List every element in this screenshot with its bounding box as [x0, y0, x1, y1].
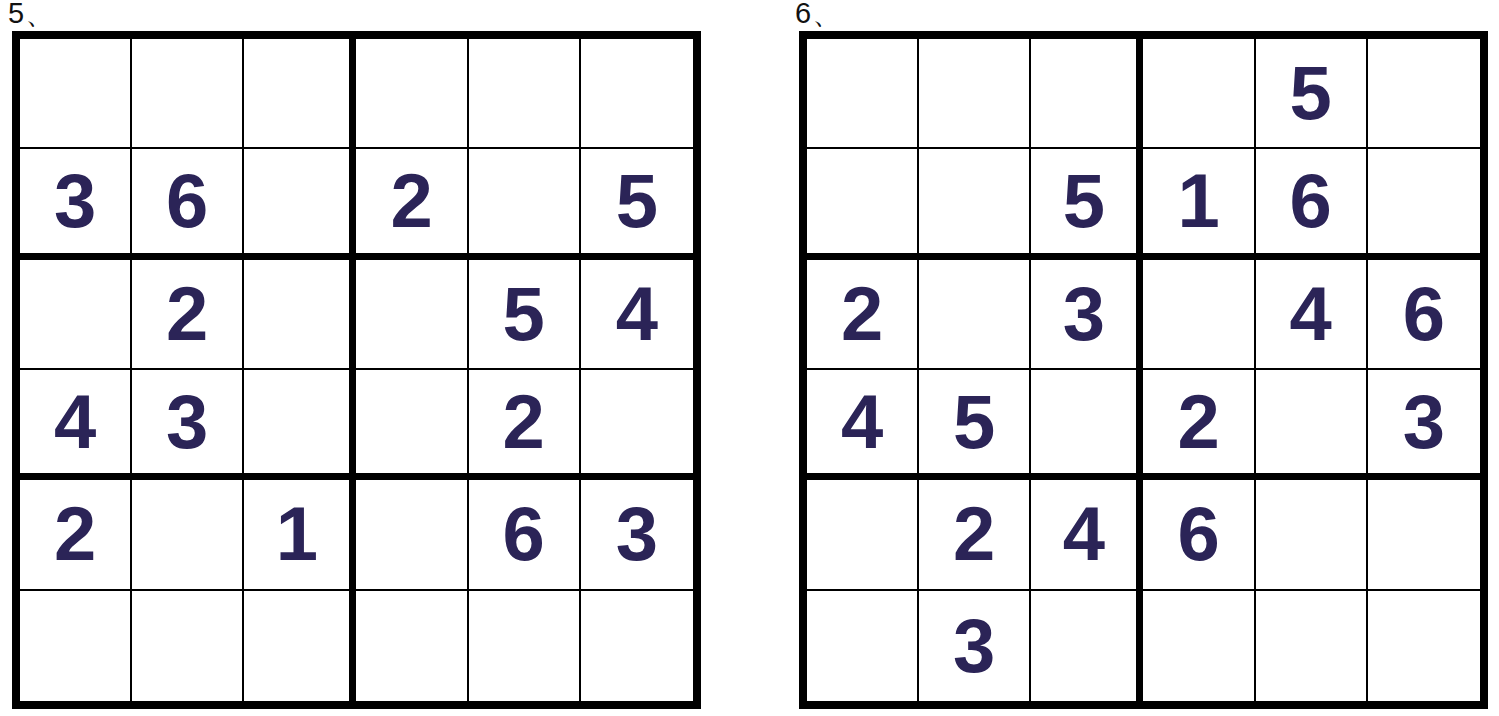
puzzle-6: 6、 5516234645232463 — [799, 0, 1488, 709]
puzzle-6-label: 6、 — [795, 0, 1488, 31]
cell-r3c3: 3 — [1031, 260, 1143, 370]
cell-r3c6: 6 — [1368, 260, 1480, 370]
cell-r1c4[interactable] — [1143, 39, 1255, 149]
cell-r2c1: 3 — [20, 149, 132, 259]
cell-r3c4[interactable] — [356, 260, 468, 370]
cell-r1c6[interactable] — [1368, 39, 1480, 149]
cell-r1c6[interactable] — [581, 39, 693, 149]
cell-r6c2: 3 — [919, 591, 1031, 701]
cell-r2c4: 1 — [1143, 149, 1255, 259]
cell-r6c4[interactable] — [1143, 591, 1255, 701]
cell-r3c5: 5 — [469, 260, 581, 370]
cell-r1c5[interactable] — [469, 39, 581, 149]
cell-r5c4: 6 — [1143, 480, 1255, 590]
cell-r6c2[interactable] — [132, 591, 244, 701]
cell-r3c1: 2 — [807, 260, 919, 370]
cell-r4c1: 4 — [20, 370, 132, 480]
cell-r6c4[interactable] — [356, 591, 468, 701]
cell-r4c5: 2 — [469, 370, 581, 480]
cell-r3c4[interactable] — [1143, 260, 1255, 370]
cell-r1c3[interactable] — [244, 39, 356, 149]
cell-r4c2: 5 — [919, 370, 1031, 480]
cell-r3c2: 2 — [132, 260, 244, 370]
cell-r5c2: 2 — [919, 480, 1031, 590]
puzzle-6-grid: 5516234645232463 — [799, 31, 1488, 709]
cell-r5c5: 6 — [469, 480, 581, 590]
cell-r6c6[interactable] — [1368, 591, 1480, 701]
cell-r5c6: 3 — [581, 480, 693, 590]
cell-r6c1[interactable] — [20, 591, 132, 701]
cell-r2c3: 5 — [1031, 149, 1143, 259]
cell-r4c3[interactable] — [244, 370, 356, 480]
cell-r6c3[interactable] — [244, 591, 356, 701]
cell-r6c5[interactable] — [469, 591, 581, 701]
cell-r6c5[interactable] — [1256, 591, 1368, 701]
cell-r4c5[interactable] — [1256, 370, 1368, 480]
cell-r5c3: 4 — [1031, 480, 1143, 590]
cell-r6c1[interactable] — [807, 591, 919, 701]
cell-r4c6[interactable] — [581, 370, 693, 480]
puzzle-5: 5、 36252544322163 — [12, 0, 701, 709]
cell-r4c4: 2 — [1143, 370, 1255, 480]
cell-r3c3[interactable] — [244, 260, 356, 370]
cell-r5c5[interactable] — [1256, 480, 1368, 590]
cell-r2c1[interactable] — [807, 149, 919, 259]
cell-r2c3[interactable] — [244, 149, 356, 259]
cell-r5c4[interactable] — [356, 480, 468, 590]
cell-r4c4[interactable] — [356, 370, 468, 480]
cell-r4c2: 3 — [132, 370, 244, 480]
cell-r2c2[interactable] — [919, 149, 1031, 259]
cell-r5c1[interactable] — [807, 480, 919, 590]
cell-r1c1[interactable] — [807, 39, 919, 149]
cell-r2c5[interactable] — [469, 149, 581, 259]
cell-r2c6[interactable] — [1368, 149, 1480, 259]
cell-r2c4: 2 — [356, 149, 468, 259]
cell-r3c2[interactable] — [919, 260, 1031, 370]
cell-r1c1[interactable] — [20, 39, 132, 149]
cell-r1c5: 5 — [1256, 39, 1368, 149]
cell-r5c1: 2 — [20, 480, 132, 590]
cell-r6c6[interactable] — [581, 591, 693, 701]
cell-r5c3: 1 — [244, 480, 356, 590]
puzzle-5-grid: 36252544322163 — [12, 31, 701, 709]
cell-r5c2[interactable] — [132, 480, 244, 590]
cell-r2c5: 6 — [1256, 149, 1368, 259]
puzzle-5-label: 5、 — [8, 0, 701, 31]
cell-r4c1: 4 — [807, 370, 919, 480]
cell-r1c4[interactable] — [356, 39, 468, 149]
cell-r2c2: 6 — [132, 149, 244, 259]
cell-r3c6: 4 — [581, 260, 693, 370]
cell-r3c5: 4 — [1256, 260, 1368, 370]
cell-r1c3[interactable] — [1031, 39, 1143, 149]
cell-r4c3[interactable] — [1031, 370, 1143, 480]
cell-r2c6: 5 — [581, 149, 693, 259]
cell-r5c6[interactable] — [1368, 480, 1480, 590]
cell-r4c6: 3 — [1368, 370, 1480, 480]
cell-r1c2[interactable] — [919, 39, 1031, 149]
cell-r3c1[interactable] — [20, 260, 132, 370]
cell-r1c2[interactable] — [132, 39, 244, 149]
cell-r6c3[interactable] — [1031, 591, 1143, 701]
